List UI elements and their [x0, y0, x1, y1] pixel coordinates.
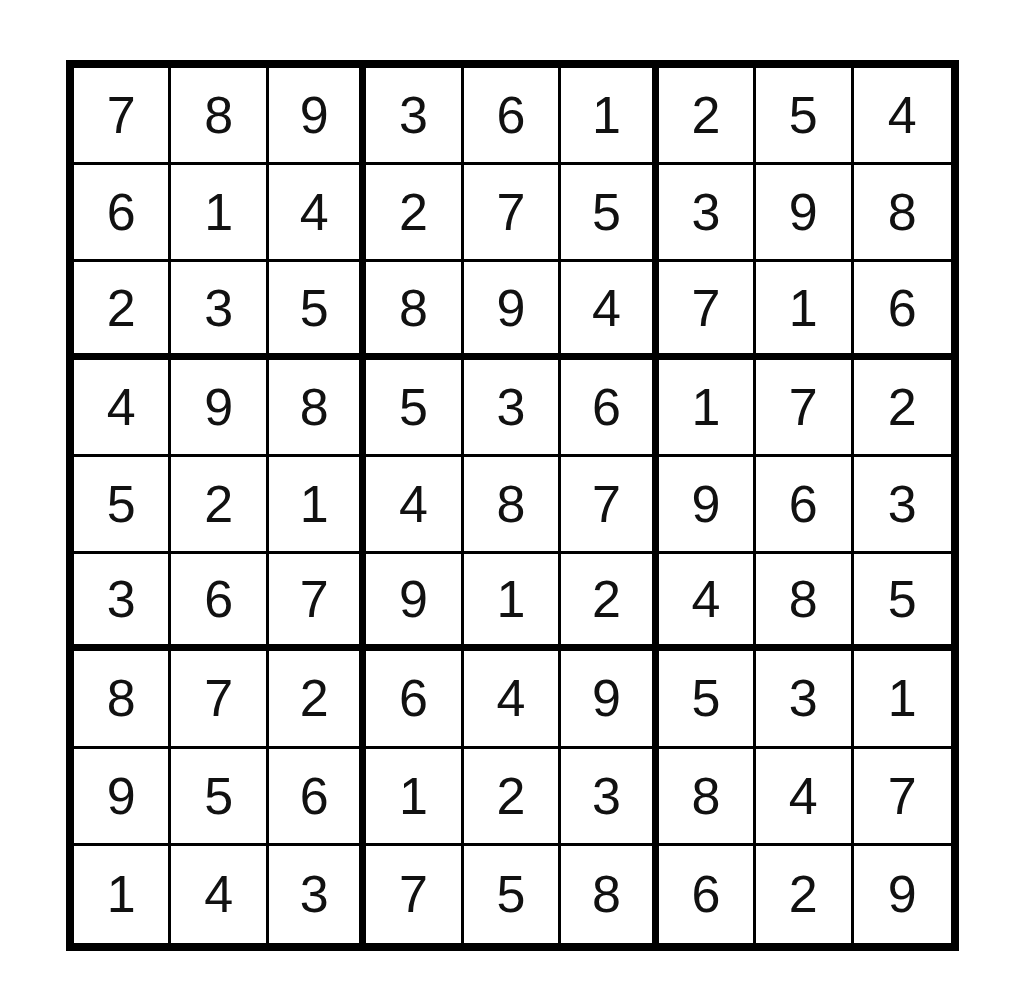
cell-r8c6[interactable]: 3 [561, 749, 658, 846]
cell-r6c8[interactable]: 8 [756, 554, 853, 651]
cell-r9c3[interactable]: 3 [269, 846, 366, 943]
cell-r2c2[interactable]: 1 [171, 165, 268, 262]
cell-r8c5[interactable]: 2 [464, 749, 561, 846]
cell-r1c5[interactable]: 6 [464, 68, 561, 165]
cell-r2c3[interactable]: 4 [269, 165, 366, 262]
cell-r7c6[interactable]: 9 [561, 651, 658, 748]
cell-r1c6[interactable]: 1 [561, 68, 658, 165]
cell-r5c8[interactable]: 6 [756, 457, 853, 554]
cell-r5c4[interactable]: 4 [366, 457, 463, 554]
cell-r7c1[interactable]: 8 [74, 651, 171, 748]
cell-r3c5[interactable]: 9 [464, 262, 561, 359]
cell-r3c1[interactable]: 2 [74, 262, 171, 359]
cell-r9c1[interactable]: 1 [74, 846, 171, 943]
cell-r5c7[interactable]: 9 [659, 457, 756, 554]
sudoku-page: 7893612546142753982358947164985361725214… [0, 0, 1024, 1000]
sudoku-board: 7893612546142753982358947164985361725214… [66, 60, 959, 951]
cell-r4c9[interactable]: 2 [854, 360, 951, 457]
cell-r8c2[interactable]: 5 [171, 749, 268, 846]
cell-r5c5[interactable]: 8 [464, 457, 561, 554]
cell-r1c7[interactable]: 2 [659, 68, 756, 165]
cell-r6c9[interactable]: 5 [854, 554, 951, 651]
cell-r3c6[interactable]: 4 [561, 262, 658, 359]
cell-r1c3[interactable]: 9 [269, 68, 366, 165]
cell-r2c7[interactable]: 3 [659, 165, 756, 262]
cell-r7c3[interactable]: 2 [269, 651, 366, 748]
cell-r7c5[interactable]: 4 [464, 651, 561, 748]
cell-r2c6[interactable]: 5 [561, 165, 658, 262]
cell-r2c4[interactable]: 2 [366, 165, 463, 262]
cell-r3c7[interactable]: 7 [659, 262, 756, 359]
cell-r4c5[interactable]: 3 [464, 360, 561, 457]
cell-r5c9[interactable]: 3 [854, 457, 951, 554]
cell-r8c3[interactable]: 6 [269, 749, 366, 846]
cell-r6c2[interactable]: 6 [171, 554, 268, 651]
cell-r6c3[interactable]: 7 [269, 554, 366, 651]
cell-r3c4[interactable]: 8 [366, 262, 463, 359]
cell-r7c4[interactable]: 6 [366, 651, 463, 748]
cell-r4c8[interactable]: 7 [756, 360, 853, 457]
cell-r1c4[interactable]: 3 [366, 68, 463, 165]
cell-r1c1[interactable]: 7 [74, 68, 171, 165]
cell-r4c1[interactable]: 4 [74, 360, 171, 457]
cell-r6c1[interactable]: 3 [74, 554, 171, 651]
cell-r8c9[interactable]: 7 [854, 749, 951, 846]
cell-r1c9[interactable]: 4 [854, 68, 951, 165]
cell-r3c3[interactable]: 5 [269, 262, 366, 359]
cell-r9c8[interactable]: 2 [756, 846, 853, 943]
cell-r8c8[interactable]: 4 [756, 749, 853, 846]
cell-r4c7[interactable]: 1 [659, 360, 756, 457]
cell-r8c4[interactable]: 1 [366, 749, 463, 846]
cell-r4c2[interactable]: 9 [171, 360, 268, 457]
cell-r7c7[interactable]: 5 [659, 651, 756, 748]
cell-r6c7[interactable]: 4 [659, 554, 756, 651]
cell-r4c3[interactable]: 8 [269, 360, 366, 457]
cell-r5c2[interactable]: 2 [171, 457, 268, 554]
cell-r7c9[interactable]: 1 [854, 651, 951, 748]
cell-r3c9[interactable]: 6 [854, 262, 951, 359]
cell-r1c2[interactable]: 8 [171, 68, 268, 165]
cell-r4c6[interactable]: 6 [561, 360, 658, 457]
cell-r9c2[interactable]: 4 [171, 846, 268, 943]
cell-r2c8[interactable]: 9 [756, 165, 853, 262]
cell-r6c6[interactable]: 2 [561, 554, 658, 651]
cell-r2c9[interactable]: 8 [854, 165, 951, 262]
cell-r7c8[interactable]: 3 [756, 651, 853, 748]
cell-r7c2[interactable]: 7 [171, 651, 268, 748]
cell-r1c8[interactable]: 5 [756, 68, 853, 165]
cell-r3c2[interactable]: 3 [171, 262, 268, 359]
cell-r9c5[interactable]: 5 [464, 846, 561, 943]
cell-r9c6[interactable]: 8 [561, 846, 658, 943]
cell-r9c9[interactable]: 9 [854, 846, 951, 943]
cell-r6c5[interactable]: 1 [464, 554, 561, 651]
cell-r5c3[interactable]: 1 [269, 457, 366, 554]
cell-r8c1[interactable]: 9 [74, 749, 171, 846]
cell-r2c1[interactable]: 6 [74, 165, 171, 262]
cell-r9c7[interactable]: 6 [659, 846, 756, 943]
cell-r3c8[interactable]: 1 [756, 262, 853, 359]
cell-r5c1[interactable]: 5 [74, 457, 171, 554]
cell-r9c4[interactable]: 7 [366, 846, 463, 943]
cell-r2c5[interactable]: 7 [464, 165, 561, 262]
cell-r4c4[interactable]: 5 [366, 360, 463, 457]
cell-r8c7[interactable]: 8 [659, 749, 756, 846]
cell-r6c4[interactable]: 9 [366, 554, 463, 651]
cell-r5c6[interactable]: 7 [561, 457, 658, 554]
